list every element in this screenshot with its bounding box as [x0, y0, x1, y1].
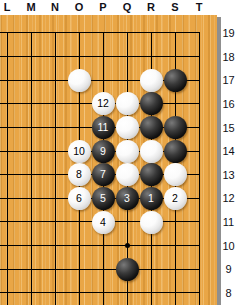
intersection-S9[interactable] [163, 257, 187, 281]
intersection-T11[interactable] [187, 210, 211, 234]
move-number-8: 8 [68, 163, 91, 186]
move-number-1: 1 [140, 187, 163, 210]
stone-black-P13: 7 [92, 163, 115, 186]
intersection-O16[interactable] [67, 92, 91, 116]
stone-white-O17 [68, 69, 91, 92]
intersection-N11[interactable] [43, 210, 67, 234]
intersection-L13[interactable] [0, 163, 19, 187]
stone-white-P16: 12 [92, 92, 115, 115]
stone-black-S14 [164, 140, 187, 163]
intersection-T13[interactable] [187, 163, 211, 187]
intersection-T10[interactable] [187, 234, 211, 258]
intersection-N14[interactable] [43, 139, 67, 163]
intersection-O8[interactable] [67, 281, 91, 305]
column-label-T: T [187, 0, 211, 14]
intersection-R19[interactable] [139, 21, 163, 45]
intersection-P8[interactable] [91, 281, 115, 305]
intersection-O18[interactable] [67, 45, 91, 69]
stone-white-S12: 2 [164, 187, 187, 210]
row-label-13: 13 [221, 168, 236, 182]
row-label-15: 15 [221, 121, 236, 135]
stone-white-Q14 [116, 140, 139, 163]
intersection-Q17[interactable] [115, 68, 139, 92]
intersection-R18[interactable] [139, 45, 163, 69]
intersection-N15[interactable] [43, 116, 67, 140]
intersection-T8[interactable] [187, 281, 211, 305]
stone-white-P11: 4 [92, 211, 115, 234]
row-label-10: 10 [221, 239, 236, 253]
stone-white-Q16 [116, 92, 139, 115]
move-number-2: 2 [164, 187, 187, 210]
intersection-S19[interactable] [163, 21, 187, 45]
intersection-T18[interactable] [187, 45, 211, 69]
move-number-6: 6 [68, 187, 91, 210]
intersection-M10[interactable] [19, 234, 43, 258]
intersection-S10[interactable] [163, 234, 187, 258]
stone-black-R16 [140, 92, 163, 115]
stone-white-R14 [140, 140, 163, 163]
move-number-12: 12 [92, 92, 115, 115]
intersection-N19[interactable] [43, 21, 67, 45]
stone-black-S17 [164, 69, 187, 92]
intersection-L10[interactable] [0, 234, 19, 258]
stone-black-P12: 5 [92, 187, 115, 210]
column-label-N: N [43, 0, 67, 14]
intersection-M14[interactable] [19, 139, 43, 163]
stone-black-R13 [140, 163, 163, 186]
move-number-3: 3 [116, 187, 139, 210]
column-label-L: L [0, 0, 19, 14]
stone-white-Q15 [116, 116, 139, 139]
intersection-N17[interactable] [43, 68, 67, 92]
intersection-N9[interactable] [43, 257, 67, 281]
intersection-L19[interactable] [0, 21, 19, 45]
column-label-S: S [163, 0, 187, 14]
intersection-O11[interactable] [67, 210, 91, 234]
row-label-9: 9 [221, 262, 236, 276]
stone-white-R17 [140, 69, 163, 92]
intersection-R8[interactable] [139, 281, 163, 305]
intersection-N12[interactable] [43, 187, 67, 211]
go-diagram: LMNOPQRST 1918171615141312111098 1211109… [0, 0, 236, 305]
intersection-P19[interactable] [91, 21, 115, 45]
intersection-L9[interactable] [0, 257, 19, 281]
stone-white-O12: 6 [68, 187, 91, 210]
move-number-9: 9 [92, 140, 115, 163]
column-label-O: O [67, 0, 91, 14]
column-label-M: M [19, 0, 43, 14]
row-label-18: 18 [221, 50, 236, 64]
row-label-12: 12 [221, 191, 236, 205]
intersection-L14[interactable] [0, 139, 19, 163]
intersection-S18[interactable] [163, 45, 187, 69]
intersection-L16[interactable] [0, 92, 19, 116]
intersection-O19[interactable] [67, 21, 91, 45]
intersection-M19[interactable] [19, 21, 43, 45]
intersection-M17[interactable] [19, 68, 43, 92]
stone-white-O13: 8 [68, 163, 91, 186]
row-label-17: 17 [221, 73, 236, 87]
move-number-5: 5 [92, 187, 115, 210]
intersection-T15[interactable] [187, 116, 211, 140]
row-label-14: 14 [221, 144, 236, 158]
intersection-R10[interactable] [139, 234, 163, 258]
intersection-M8[interactable] [19, 281, 43, 305]
intersection-N13[interactable] [43, 163, 67, 187]
move-number-4: 4 [92, 211, 115, 234]
intersection-T14[interactable] [187, 139, 211, 163]
intersection-T9[interactable] [187, 257, 211, 281]
intersection-S8[interactable] [163, 281, 187, 305]
intersection-L12[interactable] [0, 187, 19, 211]
row-label-19: 19 [221, 26, 236, 40]
intersection-P18[interactable] [91, 45, 115, 69]
stone-white-Q13 [116, 163, 139, 186]
column-label-Q: Q [115, 0, 139, 14]
intersection-O9[interactable] [67, 257, 91, 281]
intersection-N16[interactable] [43, 92, 67, 116]
intersection-M16[interactable] [19, 92, 43, 116]
stone-black-P14: 9 [92, 140, 115, 163]
intersection-M18[interactable] [19, 45, 43, 69]
stone-white-S13 [164, 163, 187, 186]
intersection-L17[interactable] [0, 68, 19, 92]
intersection-N10[interactable] [43, 234, 67, 258]
stone-black-Q9 [116, 258, 139, 281]
intersection-L11[interactable] [0, 210, 19, 234]
intersection-L15[interactable] [0, 116, 19, 140]
intersection-P10[interactable] [91, 234, 115, 258]
move-number-11: 11 [92, 116, 115, 139]
intersection-L8[interactable] [0, 281, 19, 305]
intersection-S16[interactable] [163, 92, 187, 116]
intersection-S11[interactable] [163, 210, 187, 234]
star-point-Q10 [125, 243, 130, 248]
column-label-P: P [91, 0, 115, 14]
intersection-M11[interactable] [19, 210, 43, 234]
intersection-O15[interactable] [67, 116, 91, 140]
row-label-8: 8 [221, 286, 236, 300]
intersection-T17[interactable] [187, 68, 211, 92]
move-number-10: 10 [68, 140, 91, 163]
row-label-11: 11 [221, 215, 236, 229]
intersection-Q19[interactable] [115, 21, 139, 45]
stone-black-S15 [164, 116, 187, 139]
stone-white-R11 [140, 211, 163, 234]
move-number-7: 7 [92, 163, 115, 186]
stone-black-R12: 1 [140, 187, 163, 210]
stone-black-P15: 11 [92, 116, 115, 139]
intersection-Q8[interactable] [115, 281, 139, 305]
stone-white-O14: 10 [68, 140, 91, 163]
intersection-R9[interactable] [139, 257, 163, 281]
intersection-M13[interactable] [19, 163, 43, 187]
intersection-L18[interactable] [0, 45, 19, 69]
intersection-T16[interactable] [187, 92, 211, 116]
intersection-Q18[interactable] [115, 45, 139, 69]
row-label-16: 16 [221, 97, 236, 111]
intersection-P9[interactable] [91, 257, 115, 281]
intersection-T19[interactable] [187, 21, 211, 45]
intersection-M15[interactable] [19, 116, 43, 140]
column-label-R: R [139, 0, 163, 14]
intersection-M9[interactable] [19, 257, 43, 281]
intersection-O10[interactable] [67, 234, 91, 258]
stone-black-Q12: 3 [116, 187, 139, 210]
intersection-M12[interactable] [19, 187, 43, 211]
intersection-P17[interactable] [91, 68, 115, 92]
stone-black-R15 [140, 116, 163, 139]
intersection-Q11[interactable] [115, 210, 139, 234]
intersection-N8[interactable] [43, 281, 67, 305]
intersection-T12[interactable] [187, 187, 211, 211]
intersection-N18[interactable] [43, 45, 67, 69]
